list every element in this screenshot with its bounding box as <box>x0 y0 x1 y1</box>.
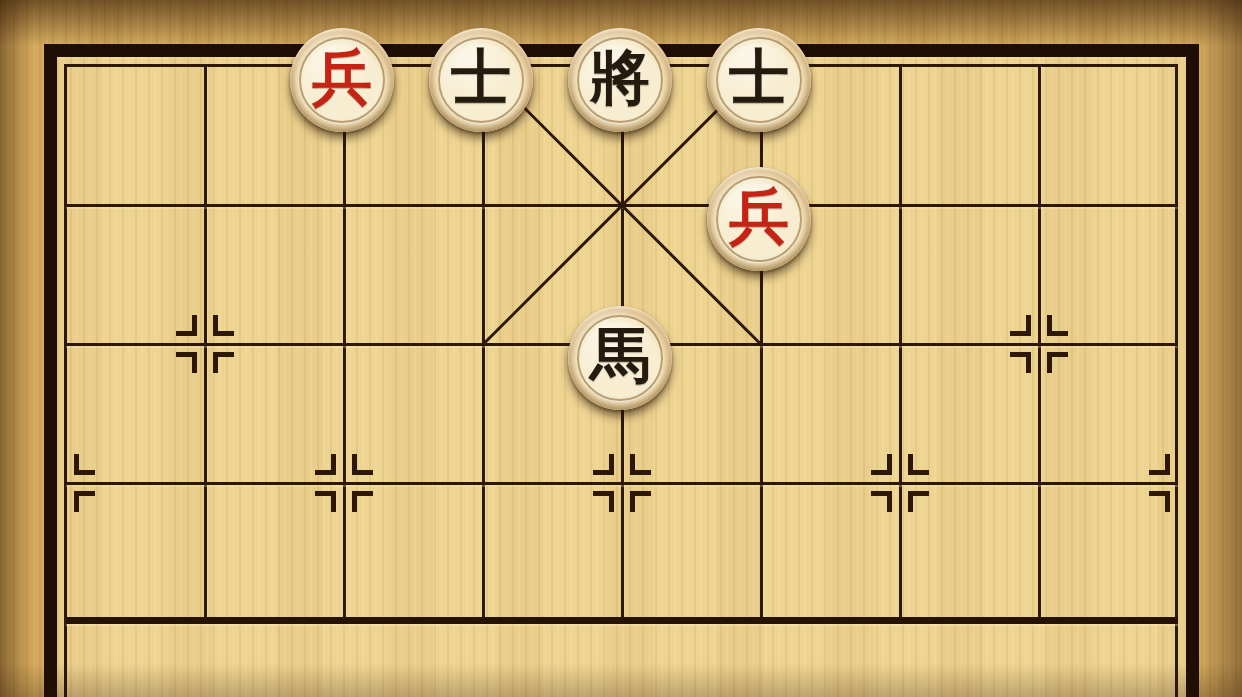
position-marker-f5r4-tr <box>630 454 651 475</box>
river-bank-line <box>66 617 1178 624</box>
position-marker-f3r4-br <box>352 491 373 512</box>
left-vignette <box>0 0 30 697</box>
position-marker-f3r4-bl <box>315 491 336 512</box>
piece-black-horse-f5r3[interactable]: 馬 <box>568 306 672 410</box>
position-marker-f7r4-tl <box>871 454 892 475</box>
position-marker-f2r3-tl <box>176 315 197 336</box>
position-marker-f7r4-bl <box>871 491 892 512</box>
right-vignette <box>1198 0 1242 697</box>
position-marker-f2r3-br <box>213 352 234 373</box>
xiangqi-board[interactable]: 兵士將士兵馬 <box>0 0 1242 697</box>
file-line-3 <box>343 66 346 617</box>
position-marker-f1r4-tr <box>74 454 95 475</box>
position-marker-f8r3-br <box>1047 352 1068 373</box>
position-marker-f9r4-bl <box>1149 491 1170 512</box>
position-marker-f1r4-br <box>74 491 95 512</box>
position-marker-f9r4-tl <box>1149 454 1170 475</box>
red-soldier-glyph: 兵 <box>312 48 372 108</box>
piece-black-general-f5r1[interactable]: 將 <box>568 28 672 132</box>
file-line-7 <box>899 66 902 617</box>
position-marker-f5r4-tl <box>593 454 614 475</box>
position-marker-f2r3-tr <box>213 315 234 336</box>
position-marker-f3r4-tr <box>352 454 373 475</box>
position-marker-f8r3-tr <box>1047 315 1068 336</box>
piece-red-soldier-f3r1[interactable]: 兵 <box>290 28 394 132</box>
position-marker-f7r4-tr <box>908 454 929 475</box>
rank-line-4 <box>66 482 1178 485</box>
file-line-8 <box>1038 66 1041 617</box>
position-marker-f8r3-bl <box>1010 352 1031 373</box>
black-advisor-glyph: 士 <box>729 48 789 108</box>
black-horse-glyph: 馬 <box>590 326 650 386</box>
black-general-glyph: 將 <box>590 48 650 108</box>
piece-black-advisor-f4r1[interactable]: 士 <box>429 28 533 132</box>
position-marker-f7r4-br <box>908 491 929 512</box>
position-marker-f5r4-bl <box>593 491 614 512</box>
black-advisor-glyph: 士 <box>451 48 511 108</box>
piece-black-advisor-f6r1[interactable]: 士 <box>707 28 811 132</box>
position-marker-f2r3-bl <box>176 352 197 373</box>
piece-red-soldier-f6r2[interactable]: 兵 <box>707 167 811 271</box>
red-soldier-glyph: 兵 <box>729 187 789 247</box>
position-marker-f3r4-tl <box>315 454 336 475</box>
position-marker-f8r3-tl <box>1010 315 1031 336</box>
file-line-2 <box>204 66 207 617</box>
position-marker-f5r4-br <box>630 491 651 512</box>
